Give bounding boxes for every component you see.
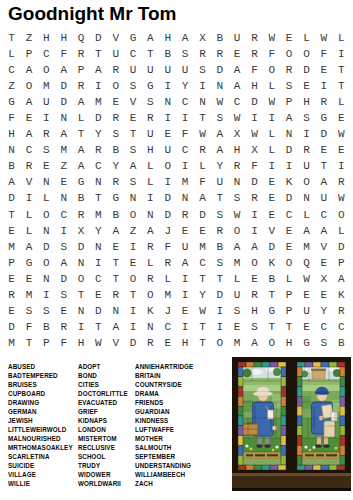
grid-cell: A	[20, 62, 37, 78]
grid-cell: F	[246, 158, 263, 174]
word-item: GERMAN	[8, 407, 73, 416]
grid-cell: F	[194, 174, 211, 190]
grid-cell: S	[38, 142, 55, 158]
grid-cell: A	[333, 271, 350, 287]
grid-cell: O	[228, 223, 245, 239]
grid-cell: E	[281, 239, 298, 255]
word-item: BRUISES	[8, 380, 73, 389]
grid-cell: D	[90, 110, 107, 126]
grid-cell: O	[298, 46, 315, 62]
grid-cell: O	[38, 62, 55, 78]
grid-cell: M	[159, 287, 176, 303]
word-item: MRTHOMASOAKLEY	[8, 443, 73, 452]
grid-cell: H	[246, 303, 263, 319]
word-item: LUFTWAFFE	[135, 425, 193, 434]
grid-cell: V	[107, 335, 124, 351]
grid-cell: E	[263, 190, 280, 206]
grid-cell: L	[20, 207, 37, 223]
grid-cell: R	[107, 62, 124, 78]
grid-cell: A	[194, 190, 211, 206]
word-item: GRIEF	[78, 407, 128, 416]
grid-cell: A	[55, 62, 72, 78]
grid-cell: U	[315, 190, 332, 206]
grid-cell: H	[298, 94, 315, 110]
grid-cell: A	[211, 142, 228, 158]
grid-cell: E	[20, 271, 37, 287]
grid-cell: B	[72, 190, 89, 206]
grid-cell: S	[55, 239, 72, 255]
grid-cell: R	[315, 94, 332, 110]
grid-cell: D	[246, 94, 263, 110]
grid-cell: W	[298, 271, 315, 287]
grid-cell: O	[333, 207, 350, 223]
grid-cell: K	[281, 174, 298, 190]
grid-cell: R	[72, 46, 89, 62]
grid-cell: A	[20, 126, 37, 142]
grid-cell: U	[176, 62, 193, 78]
grid-cell: C	[281, 207, 298, 223]
stained-glass-panel-left	[238, 362, 286, 470]
grid-cell: V	[20, 174, 37, 190]
grid-cell: D	[246, 174, 263, 190]
word-item: SEPTEMBER	[135, 452, 193, 461]
word-item: ADOPT	[78, 362, 128, 371]
grid-cell: N	[176, 190, 193, 206]
grid-cell: F	[3, 110, 20, 126]
grid-cell: R	[246, 190, 263, 206]
word-item: LONDON	[78, 425, 128, 434]
grid-cell: L	[159, 271, 176, 287]
grid-cell: R	[159, 255, 176, 271]
grid-cell: D	[211, 62, 228, 78]
grid-cell: G	[72, 174, 89, 190]
grid-cell: C	[176, 94, 193, 110]
grid-cell: N	[281, 126, 298, 142]
grid-cell: S	[211, 207, 228, 223]
grid-cell: I	[194, 78, 211, 94]
grid-cell: L	[298, 30, 315, 46]
grid-cell: W	[263, 94, 280, 110]
grid-cell: I	[333, 158, 350, 174]
grid-cell: N	[38, 174, 55, 190]
grid-cell: E	[55, 174, 72, 190]
grid-cell: T	[263, 287, 280, 303]
grid-cell: C	[124, 46, 141, 62]
grid-cell: D	[333, 239, 350, 255]
grid-cell: E	[263, 207, 280, 223]
grid-cell: I	[211, 303, 228, 319]
word-item: LITTLEWEIRWOLD	[8, 425, 73, 434]
grid-cell: A	[72, 158, 89, 174]
word-item: TRUDY	[78, 461, 128, 470]
grid-cell: E	[176, 223, 193, 239]
grid-cell: N	[55, 110, 72, 126]
grid-cell: S	[211, 110, 228, 126]
grid-cell: A	[107, 223, 124, 239]
grid-cell: G	[315, 110, 332, 126]
grid-cell: A	[246, 335, 263, 351]
grid-cell: L	[298, 207, 315, 223]
grid-cell: O	[263, 62, 280, 78]
grid-cell: E	[281, 30, 298, 46]
grid-cell: D	[124, 335, 141, 351]
grid-cell: Y	[90, 223, 107, 239]
grid-cell: W	[246, 126, 263, 142]
grid-cell: B	[333, 335, 350, 351]
grid-cell: T	[211, 271, 228, 287]
grid-cell: X	[228, 126, 245, 142]
grid-cell: Z	[124, 223, 141, 239]
word-item: SUICIDE	[8, 461, 73, 470]
grid-cell: T	[72, 287, 89, 303]
word-item: SALMOUTH	[135, 443, 193, 452]
grid-cell: W	[228, 110, 245, 126]
grid-cell: P	[281, 303, 298, 319]
grid-cell: I	[315, 78, 332, 94]
grid-cell: B	[263, 271, 280, 287]
word-item: WILLIE	[8, 479, 73, 488]
grid-cell: I	[90, 78, 107, 94]
grid-cell: H	[38, 30, 55, 46]
grid-cell: U	[298, 158, 315, 174]
grid-cell: Y	[211, 158, 228, 174]
grid-cell: L	[333, 30, 350, 46]
grid-cell: W	[333, 190, 350, 206]
grid-cell: P	[3, 255, 20, 271]
grid-cell: B	[159, 46, 176, 62]
grid-cell: D	[159, 190, 176, 206]
grid-cell: L	[263, 78, 280, 94]
grid-cell: F	[315, 46, 332, 62]
grid-cell: L	[263, 142, 280, 158]
grid-cell: L	[3, 46, 20, 62]
grid-cell: J	[159, 223, 176, 239]
grid-cell: D	[281, 190, 298, 206]
word-item: CITIES	[78, 380, 128, 389]
grid-cell: L	[281, 271, 298, 287]
grid-cell: E	[176, 303, 193, 319]
grid-cell: A	[228, 239, 245, 255]
grid-cell: R	[3, 287, 20, 303]
word-item: ZACH	[135, 479, 193, 488]
grid-cell: D	[55, 78, 72, 94]
grid-cell: D	[159, 207, 176, 223]
grid-cell: H	[176, 335, 193, 351]
grid-cell: B	[211, 239, 228, 255]
grid-cell: R	[194, 142, 211, 158]
grid-cell: B	[3, 158, 20, 174]
grid-cell: I	[263, 158, 280, 174]
grid-cell: G	[263, 303, 280, 319]
word-item: SCARLETINA	[8, 452, 73, 461]
grid-cell: A	[55, 126, 72, 142]
grid-cell: E	[20, 110, 37, 126]
grid-cell: C	[3, 62, 20, 78]
word-item: DRAMA	[135, 389, 193, 398]
grid-cell: S	[176, 46, 193, 62]
grid-cell: X	[194, 30, 211, 46]
grid-cell: I	[211, 319, 228, 335]
grid-cell: C	[315, 207, 332, 223]
stained-glass-photo	[232, 357, 351, 491]
grid-cell: C	[315, 319, 332, 335]
grid-cell: I	[159, 78, 176, 94]
grid-cell: U	[228, 287, 245, 303]
grid-cell: I	[246, 223, 263, 239]
grid-cell: B	[38, 319, 55, 335]
grid-cell: I	[124, 303, 141, 319]
grid-cell: O	[211, 335, 228, 351]
grid-cell: L	[142, 255, 159, 271]
grid-cell: L	[333, 94, 350, 110]
grid-cell: E	[333, 142, 350, 158]
grid-cell: Y	[90, 126, 107, 142]
grid-cell: N	[194, 94, 211, 110]
grid-cell: M	[90, 94, 107, 110]
grid-cell: T	[315, 158, 332, 174]
grid-cell: E	[124, 255, 141, 271]
grid-cell: H	[3, 126, 20, 142]
grid-cell: S	[211, 255, 228, 271]
grid-cell: Y	[107, 158, 124, 174]
grid-cell: A	[20, 94, 37, 110]
grid-cell: N	[72, 303, 89, 319]
grid-cell: A	[281, 110, 298, 126]
grid-cell: H	[142, 142, 159, 158]
word-item: JEWISH	[8, 416, 73, 425]
grid-cell: I	[159, 174, 176, 190]
grid-cell: F	[176, 126, 193, 142]
grid-cell: A	[211, 126, 228, 142]
grid-cell: E	[246, 271, 263, 287]
grid-cell: M	[90, 207, 107, 223]
grid-cell: R	[211, 46, 228, 62]
grid-cell: I	[246, 207, 263, 223]
word-item: RECLUSIVE	[78, 443, 128, 452]
grid-cell: N	[142, 319, 159, 335]
grid-cell: N	[124, 190, 141, 206]
grid-cell: I	[333, 46, 350, 62]
grid-cell: S	[281, 78, 298, 94]
grid-cell: S	[228, 303, 245, 319]
grid-cell: T	[263, 319, 280, 335]
grid-cell: I	[176, 110, 193, 126]
word-item: DOCTORLITTLE	[78, 389, 128, 398]
grid-cell: A	[176, 255, 193, 271]
grid-cell: T	[90, 46, 107, 62]
grid-cell: E	[124, 110, 141, 126]
grid-cell: R	[55, 319, 72, 335]
grid-cell: O	[38, 255, 55, 271]
word-item: WORLDWARII	[78, 479, 128, 488]
grid-cell: I	[90, 255, 107, 271]
grid-cell: I	[159, 110, 176, 126]
grid-cell: L	[142, 158, 159, 174]
word-item: KINDNESS	[135, 416, 193, 425]
grid-cell: R	[142, 271, 159, 287]
grid-cell: I	[246, 110, 263, 126]
word-item: ANNIEHARTRIDGE	[135, 362, 193, 371]
word-item: BADTEMPERED	[8, 371, 73, 380]
grid-cell: R	[90, 142, 107, 158]
word-item: CUPBOARD	[8, 389, 73, 398]
grid-cell: O	[72, 271, 89, 287]
grid-cell: X	[246, 142, 263, 158]
grid-cell: O	[107, 78, 124, 94]
grid-cell: L	[333, 223, 350, 239]
grid-cell: T	[72, 126, 89, 142]
grid-cell: W	[194, 126, 211, 142]
grid-cell: T	[20, 335, 37, 351]
grid-cell: D	[55, 94, 72, 110]
grid-cell: T	[124, 287, 141, 303]
grid-cell: F	[20, 319, 37, 335]
grid-cell: C	[90, 271, 107, 287]
grid-cell: I	[38, 110, 55, 126]
grid-cell: E	[90, 287, 107, 303]
grid-cell: R	[107, 174, 124, 190]
word-item: ABUSED	[8, 362, 73, 371]
grid-cell: R	[107, 110, 124, 126]
grid-cell: S	[315, 335, 332, 351]
grid-cell: T	[107, 255, 124, 271]
grid-cell: S	[38, 303, 55, 319]
word-item: WIDOWER	[78, 470, 128, 479]
grid-cell: Z	[55, 158, 72, 174]
grid-cell: Y	[315, 303, 332, 319]
grid-cell: V	[124, 94, 141, 110]
grid-cell: H	[228, 142, 245, 158]
word-column-1: ABUSEDBADTEMPEREDBRUISESCUPBOARDDRAWINGG…	[8, 362, 73, 488]
grid-cell: C	[176, 142, 193, 158]
grid-cell: G	[107, 190, 124, 206]
word-item: UNDERSTANDING	[135, 461, 193, 470]
grid-cell: U	[159, 142, 176, 158]
grid-cell: E	[298, 287, 315, 303]
grid-cell: R	[298, 142, 315, 158]
grid-cell: E	[55, 303, 72, 319]
word-item: DRAWING	[8, 398, 73, 407]
grid-cell: I	[55, 223, 72, 239]
grid-cell: R	[142, 110, 159, 126]
grid-cell: W	[90, 335, 107, 351]
grid-cell: T	[194, 319, 211, 335]
grid-cell: U	[298, 303, 315, 319]
grid-cell: R	[107, 287, 124, 303]
grid-cell: D	[211, 287, 228, 303]
grid-cell: V	[315, 239, 332, 255]
grid-cell: T	[90, 319, 107, 335]
grid-cell: I	[281, 158, 298, 174]
grid-cell: T	[194, 335, 211, 351]
grid-cell: I	[176, 158, 193, 174]
grid-cell: D	[315, 126, 332, 142]
word-column-3: ANNIEHARTRIDGEBRITAINCOUNTRYSIDEDRAMAFRI…	[135, 362, 193, 488]
grid-cell: A	[176, 30, 193, 46]
grid-cell: X	[315, 271, 332, 287]
grid-cell: S	[142, 94, 159, 110]
grid-cell: O	[246, 255, 263, 271]
grid-cell: A	[246, 239, 263, 255]
grid-cell: N	[3, 142, 20, 158]
grid-cell: Y	[176, 78, 193, 94]
grid-cell: H	[281, 335, 298, 351]
grid-cell: E	[38, 158, 55, 174]
grid-cell: I	[20, 190, 37, 206]
grid-cell: D	[281, 142, 298, 158]
grid-cell: E	[107, 94, 124, 110]
grid-cell: A	[72, 142, 89, 158]
grid-cell: Z	[20, 30, 37, 46]
grid-cell: L	[194, 158, 211, 174]
grid-cell: E	[107, 239, 124, 255]
grid-cell: G	[298, 335, 315, 351]
grid-cell: G	[3, 94, 20, 110]
word-item: GUARDIAN	[135, 407, 193, 416]
grid-cell: R	[246, 30, 263, 46]
grid-cell: L	[263, 126, 280, 142]
grid-cell: T	[194, 271, 211, 287]
word-item: COUNTRYSIDE	[135, 380, 193, 389]
grid-cell: I	[176, 319, 193, 335]
grid-cell: O	[263, 335, 280, 351]
word-item: MALNOURISHED	[8, 434, 73, 443]
grid-cell: I	[72, 319, 89, 335]
grid-cell: O	[20, 78, 37, 94]
grid-cell: A	[124, 158, 141, 174]
grid-cell: Z	[3, 78, 20, 94]
grid-cell: E	[194, 223, 211, 239]
grid-cell: C	[194, 255, 211, 271]
grid-cell: A	[315, 223, 332, 239]
grid-cell: E	[228, 319, 245, 335]
grid-cell: R	[72, 78, 89, 94]
grid-cell: U	[159, 62, 176, 78]
grid-cell: L	[72, 110, 89, 126]
grid-cell: M	[55, 142, 72, 158]
grid-cell: T	[124, 126, 141, 142]
grid-cell: D	[3, 190, 20, 206]
grid-cell: S	[246, 319, 263, 335]
grid-cell: M	[3, 335, 20, 351]
grid-cell: E	[298, 78, 315, 94]
grid-cell: S	[124, 142, 141, 158]
grid-cell: R	[142, 335, 159, 351]
grid-cell: P	[72, 62, 89, 78]
grid-cell: U	[176, 239, 193, 255]
grid-cell: F	[246, 62, 263, 78]
grid-cell: F	[55, 46, 72, 62]
grid-cell: O	[159, 158, 176, 174]
grid-cell: M	[228, 335, 245, 351]
grid-cell: D	[55, 271, 72, 287]
grid-cell: O	[124, 207, 141, 223]
grid-cell: V	[107, 30, 124, 46]
grid-cell: K	[142, 303, 159, 319]
grid-cell: O	[281, 255, 298, 271]
grid-cell: D	[3, 319, 20, 335]
grid-cell: E	[159, 126, 176, 142]
word-item: FRIENDS	[135, 398, 193, 407]
grid-cell: D	[38, 239, 55, 255]
grid-cell: S	[107, 126, 124, 142]
grid-cell: R	[20, 158, 37, 174]
grid-cell: U	[142, 126, 159, 142]
grid-cell: A	[298, 223, 315, 239]
grid-cell: M	[176, 174, 193, 190]
stained-glass-panel-right	[297, 362, 345, 470]
grid-cell: W	[263, 30, 280, 46]
